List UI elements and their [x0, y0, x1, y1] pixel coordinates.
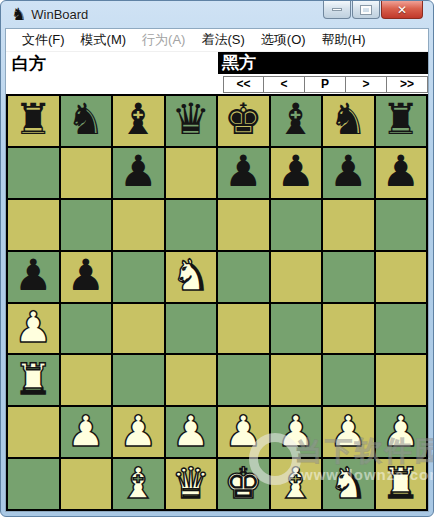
- maximize-icon: [361, 6, 371, 14]
- menu-bar: 文件(F)模式(M)行为(A)着法(S)选项(O)帮助(H): [6, 29, 428, 52]
- square-f7[interactable]: ♟: [271, 148, 322, 198]
- piece-white-rook: ♜: [381, 462, 420, 505]
- square-c4[interactable]: [113, 304, 164, 354]
- square-d3[interactable]: [166, 355, 217, 405]
- minimize-icon: [332, 8, 342, 11]
- piece-black-pawn: ♟: [329, 150, 368, 193]
- square-e5[interactable]: [218, 252, 269, 302]
- square-a8[interactable]: ♜: [8, 96, 59, 146]
- piece-black-knight: ♞: [329, 98, 368, 141]
- piece-black-rook: ♜: [381, 98, 420, 141]
- piece-black-queen: ♛: [171, 98, 210, 141]
- square-e2[interactable]: ♟: [218, 407, 269, 457]
- square-f8[interactable]: ♝: [271, 96, 322, 146]
- nav-pause-button[interactable]: P: [305, 76, 346, 93]
- square-a1[interactable]: [8, 459, 59, 509]
- menu-help[interactable]: 帮助(H): [314, 29, 374, 51]
- square-d8[interactable]: ♛: [166, 96, 217, 146]
- piece-white-bishop: ♝: [276, 462, 315, 505]
- menu-action: 行为(A): [134, 29, 193, 51]
- square-c5[interactable]: [113, 252, 164, 302]
- square-d2[interactable]: ♟: [166, 407, 217, 457]
- square-a2[interactable]: [8, 407, 59, 457]
- piece-white-queen: ♛: [171, 462, 210, 505]
- piece-white-pawn: ♟: [276, 410, 315, 453]
- square-b2[interactable]: ♟: [61, 407, 112, 457]
- menu-options[interactable]: 选项(O): [253, 29, 314, 51]
- nav-first-button[interactable]: <<: [223, 76, 264, 93]
- piece-black-pawn: ♟: [224, 150, 263, 193]
- piece-black-pawn: ♟: [14, 254, 53, 297]
- square-f3[interactable]: [271, 355, 322, 405]
- piece-black-pawn: ♟: [381, 150, 420, 193]
- square-a4[interactable]: ♟: [8, 304, 59, 354]
- piece-white-pawn: ♟: [14, 306, 53, 349]
- square-d5[interactable]: ♞: [166, 252, 217, 302]
- square-d7[interactable]: [166, 148, 217, 198]
- minimize-button[interactable]: [323, 1, 351, 19]
- piece-black-king: ♚: [224, 98, 263, 141]
- nav-last-button[interactable]: >>: [387, 76, 428, 93]
- nav-back-button[interactable]: <: [264, 76, 305, 93]
- square-b3[interactable]: [61, 355, 112, 405]
- square-h1[interactable]: ♜: [376, 459, 427, 509]
- square-g8[interactable]: ♞: [323, 96, 374, 146]
- square-e3[interactable]: [218, 355, 269, 405]
- square-c8[interactable]: ♝: [113, 96, 164, 146]
- square-e8[interactable]: ♚: [218, 96, 269, 146]
- clock-row: 白方 黑方: [6, 52, 428, 75]
- piece-white-pawn: ♟: [329, 410, 368, 453]
- square-f6[interactable]: [271, 200, 322, 250]
- square-f5[interactable]: [271, 252, 322, 302]
- window-controls: ✕: [322, 1, 423, 19]
- square-e7[interactable]: ♟: [218, 148, 269, 198]
- square-h5[interactable]: [376, 252, 427, 302]
- square-h6[interactable]: [376, 200, 427, 250]
- menu-mode[interactable]: 模式(M): [73, 29, 135, 51]
- square-g1[interactable]: ♞: [323, 459, 374, 509]
- square-h3[interactable]: [376, 355, 427, 405]
- square-g3[interactable]: [323, 355, 374, 405]
- piece-white-pawn: ♟: [171, 410, 210, 453]
- square-b8[interactable]: ♞: [61, 96, 112, 146]
- winboard-window: ♞ WinBoard ✕ 文件(F)模式(M)行为(A)着法(S)选项(O)帮助…: [0, 0, 434, 517]
- client-area: 文件(F)模式(M)行为(A)着法(S)选项(O)帮助(H) 白方 黑方 <<<…: [5, 28, 429, 512]
- piece-white-pawn: ♟: [119, 410, 158, 453]
- app-knight-icon: ♞: [11, 6, 26, 23]
- square-b1[interactable]: [61, 459, 112, 509]
- square-d1[interactable]: ♛: [166, 459, 217, 509]
- square-a6[interactable]: [8, 200, 59, 250]
- square-h8[interactable]: ♜: [376, 96, 427, 146]
- square-c2[interactable]: ♟: [113, 407, 164, 457]
- square-h4[interactable]: [376, 304, 427, 354]
- square-f4[interactable]: [271, 304, 322, 354]
- piece-black-pawn: ♟: [276, 150, 315, 193]
- chess-board: ♜♞♝♛♚♝♞♜♟♟♟♟♟♟♟♞♟♜♟♟♟♟♟♟♟♝♛♚♝♞♜: [6, 94, 428, 511]
- square-h2[interactable]: ♟: [376, 407, 427, 457]
- square-e6[interactable]: [218, 200, 269, 250]
- piece-white-pawn: ♟: [381, 410, 420, 453]
- piece-black-bishop: ♝: [119, 98, 158, 141]
- square-d6[interactable]: [166, 200, 217, 250]
- square-d4[interactable]: [166, 304, 217, 354]
- window-title: WinBoard: [31, 7, 88, 22]
- square-h7[interactable]: ♟: [376, 148, 427, 198]
- square-f1[interactable]: ♝: [271, 459, 322, 509]
- piece-white-knight: ♞: [171, 254, 210, 297]
- square-g2[interactable]: ♟: [323, 407, 374, 457]
- square-c3[interactable]: [113, 355, 164, 405]
- square-b4[interactable]: [61, 304, 112, 354]
- menu-step[interactable]: 着法(S): [193, 29, 252, 51]
- square-g4[interactable]: [323, 304, 374, 354]
- black-clock-label: 黑方: [218, 52, 428, 74]
- square-g5[interactable]: [323, 252, 374, 302]
- square-c6[interactable]: [113, 200, 164, 250]
- piece-white-rook: ♜: [14, 358, 53, 401]
- white-clock-label: 白方: [12, 53, 46, 74]
- square-b5[interactable]: ♟: [61, 252, 112, 302]
- nav-forward-button[interactable]: >: [346, 76, 387, 93]
- piece-white-knight: ♞: [329, 462, 368, 505]
- close-icon: ✕: [397, 3, 407, 17]
- piece-white-king: ♚: [224, 462, 263, 505]
- square-a3[interactable]: ♜: [8, 355, 59, 405]
- square-c1[interactable]: ♝: [113, 459, 164, 509]
- square-g7[interactable]: ♟: [323, 148, 374, 198]
- piece-white-pawn: ♟: [66, 410, 105, 453]
- maximize-button[interactable]: [352, 1, 380, 19]
- piece-white-bishop: ♝: [119, 462, 158, 505]
- square-e4[interactable]: [218, 304, 269, 354]
- piece-black-pawn: ♟: [119, 150, 158, 193]
- square-a5[interactable]: ♟: [8, 252, 59, 302]
- close-button[interactable]: ✕: [381, 1, 423, 19]
- square-g6[interactable]: [323, 200, 374, 250]
- square-e1[interactable]: ♚: [218, 459, 269, 509]
- piece-white-pawn: ♟: [224, 410, 263, 453]
- piece-black-knight: ♞: [66, 98, 105, 141]
- square-b7[interactable]: [61, 148, 112, 198]
- piece-black-bishop: ♝: [276, 98, 315, 141]
- title-bar[interactable]: ♞ WinBoard ✕: [5, 1, 429, 28]
- nav-button-row: <<<P>>>: [6, 75, 428, 94]
- square-f2[interactable]: ♟: [271, 407, 322, 457]
- menu-file[interactable]: 文件(F): [14, 29, 73, 51]
- square-c7[interactable]: ♟: [113, 148, 164, 198]
- piece-black-pawn: ♟: [66, 254, 105, 297]
- square-b6[interactable]: [61, 200, 112, 250]
- square-a7[interactable]: [8, 148, 59, 198]
- piece-black-rook: ♜: [14, 98, 53, 141]
